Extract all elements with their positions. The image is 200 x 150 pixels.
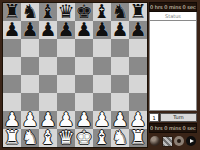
piece-white-pawn[interactable]: ♟ — [111, 110, 128, 129]
square-g3[interactable] — [111, 93, 129, 111]
piece-white-knight[interactable]: ♞ — [111, 128, 128, 147]
piece-white-pawn[interactable]: ♟ — [21, 110, 38, 129]
square-b1[interactable]: ♞ — [21, 129, 39, 147]
piece-white-pawn[interactable]: ♟ — [129, 110, 146, 129]
piece-white-bishop[interactable]: ♝ — [93, 128, 110, 147]
square-f2[interactable]: ♟ — [93, 111, 111, 129]
white-clock: 0 hrs 0 mins 0 secs — [149, 123, 197, 133]
move-number-field[interactable] — [149, 113, 159, 122]
square-c8[interactable]: ♝ — [39, 3, 57, 21]
square-e7[interactable]: ♟ — [75, 21, 93, 39]
square-a1[interactable]: ♜ — [3, 129, 21, 147]
square-e1[interactable]: ♚ — [75, 129, 93, 147]
square-e5[interactable] — [75, 57, 93, 75]
piece-white-bishop[interactable]: ♝ — [39, 128, 56, 147]
square-f5[interactable] — [93, 57, 111, 75]
play-icon[interactable] — [186, 136, 196, 146]
status-label: Status — [149, 12, 197, 21]
square-c6[interactable] — [39, 39, 57, 57]
square-b5[interactable] — [21, 57, 39, 75]
piece-black-knight[interactable]: ♞ — [111, 2, 128, 21]
square-h7[interactable]: ♟ — [129, 21, 147, 39]
square-g8[interactable]: ♞ — [111, 3, 129, 21]
piece-black-knight[interactable]: ♞ — [21, 2, 38, 21]
piece-black-rook[interactable]: ♜ — [3, 2, 20, 21]
square-f8[interactable]: ♝ — [93, 3, 111, 21]
chess-app: { "game": "chess", "position": "rnbqkbnr… — [0, 0, 200, 150]
square-h3[interactable] — [129, 93, 147, 111]
square-g6[interactable] — [111, 39, 129, 57]
record-icon[interactable] — [174, 136, 184, 146]
square-h2[interactable]: ♟ — [129, 111, 147, 129]
square-c7[interactable]: ♟ — [39, 21, 57, 39]
square-d3[interactable] — [57, 93, 75, 111]
piece-black-bishop[interactable]: ♝ — [93, 2, 110, 21]
square-h8[interactable]: ♜ — [129, 3, 147, 21]
piece-black-pawn[interactable]: ♟ — [75, 20, 92, 39]
square-f7[interactable]: ♟ — [93, 21, 111, 39]
piece-black-pawn[interactable]: ♟ — [57, 20, 74, 39]
piece-white-queen[interactable]: ♛ — [57, 128, 74, 147]
square-h5[interactable] — [129, 57, 147, 75]
square-d6[interactable] — [57, 39, 75, 57]
square-b6[interactable] — [21, 39, 39, 57]
piece-white-rook[interactable]: ♜ — [3, 128, 20, 147]
status-panel — [149, 21, 197, 111]
square-c1[interactable]: ♝ — [39, 129, 57, 147]
square-d7[interactable]: ♟ — [57, 21, 75, 39]
square-a3[interactable] — [3, 93, 21, 111]
square-a6[interactable] — [3, 39, 21, 57]
turn-button[interactable]: Turn — [160, 113, 197, 122]
square-a5[interactable] — [3, 57, 21, 75]
piece-white-pawn[interactable]: ♟ — [39, 110, 56, 129]
square-b8[interactable]: ♞ — [21, 3, 39, 21]
piece-black-pawn[interactable]: ♟ — [111, 20, 128, 39]
piece-black-pawn[interactable]: ♟ — [129, 20, 146, 39]
piece-white-rook[interactable]: ♜ — [129, 128, 146, 147]
move-row: Turn — [149, 113, 197, 122]
square-a7[interactable]: ♟ — [3, 21, 21, 39]
square-c4[interactable] — [39, 75, 57, 93]
black-clock: 0 hrs 0 mins 0 secs — [149, 2, 197, 12]
piece-white-pawn[interactable]: ♟ — [3, 110, 20, 129]
piece-black-rook[interactable]: ♜ — [129, 2, 146, 21]
piece-black-queen[interactable]: ♛ — [57, 2, 74, 21]
piece-white-pawn[interactable]: ♟ — [93, 110, 110, 129]
piece-white-knight[interactable]: ♞ — [21, 128, 38, 147]
control-icon-row — [149, 134, 197, 148]
square-c2[interactable]: ♟ — [39, 111, 57, 129]
square-e4[interactable] — [75, 75, 93, 93]
square-a8[interactable]: ♜ — [3, 3, 21, 21]
square-g1[interactable]: ♞ — [111, 129, 129, 147]
square-g7[interactable]: ♟ — [111, 21, 129, 39]
ball-icon[interactable] — [150, 136, 160, 146]
piece-black-pawn[interactable]: ♟ — [93, 20, 110, 39]
square-c3[interactable] — [39, 93, 57, 111]
square-d2[interactable]: ♟ — [57, 111, 75, 129]
square-g5[interactable] — [111, 57, 129, 75]
piece-white-king[interactable]: ♚ — [75, 128, 92, 147]
square-b7[interactable]: ♟ — [21, 21, 39, 39]
piece-black-king[interactable]: ♚ — [75, 2, 92, 21]
square-a4[interactable] — [3, 75, 21, 93]
chess-board: ♜♞♝♛♚♝♞♜♟♟♟♟♟♟♟♟♟♟♟♟♟♟♟♟♜♞♝♛♚♝♞♜ — [3, 3, 147, 147]
square-d8[interactable]: ♛ — [57, 3, 75, 21]
square-f1[interactable]: ♝ — [93, 129, 111, 147]
square-d1[interactable]: ♛ — [57, 129, 75, 147]
square-d5[interactable] — [57, 57, 75, 75]
square-e6[interactable] — [75, 39, 93, 57]
square-b3[interactable] — [21, 93, 39, 111]
square-c5[interactable] — [39, 57, 57, 75]
piece-white-pawn[interactable]: ♟ — [75, 110, 92, 129]
square-e3[interactable] — [75, 93, 93, 111]
square-h4[interactable] — [129, 75, 147, 93]
piece-black-bishop[interactable]: ♝ — [39, 2, 56, 21]
square-f4[interactable] — [93, 75, 111, 93]
piece-black-pawn[interactable]: ♟ — [21, 20, 38, 39]
board-icon[interactable] — [162, 136, 173, 147]
square-h6[interactable] — [129, 39, 147, 57]
square-b4[interactable] — [21, 75, 39, 93]
square-f6[interactable] — [93, 39, 111, 57]
square-b2[interactable]: ♟ — [21, 111, 39, 129]
piece-black-pawn[interactable]: ♟ — [3, 20, 20, 39]
square-g2[interactable]: ♟ — [111, 111, 129, 129]
piece-black-pawn[interactable]: ♟ — [39, 20, 56, 39]
sidebar: 0 hrs 0 mins 0 secs Status Turn 0 hrs 0 … — [149, 2, 197, 148]
square-f3[interactable] — [93, 93, 111, 111]
square-e2[interactable]: ♟ — [75, 111, 93, 129]
square-a2[interactable]: ♟ — [3, 111, 21, 129]
square-d4[interactable] — [57, 75, 75, 93]
square-e8[interactable]: ♚ — [75, 3, 93, 21]
square-g4[interactable] — [111, 75, 129, 93]
square-h1[interactable]: ♜ — [129, 129, 147, 147]
piece-white-pawn[interactable]: ♟ — [57, 110, 74, 129]
